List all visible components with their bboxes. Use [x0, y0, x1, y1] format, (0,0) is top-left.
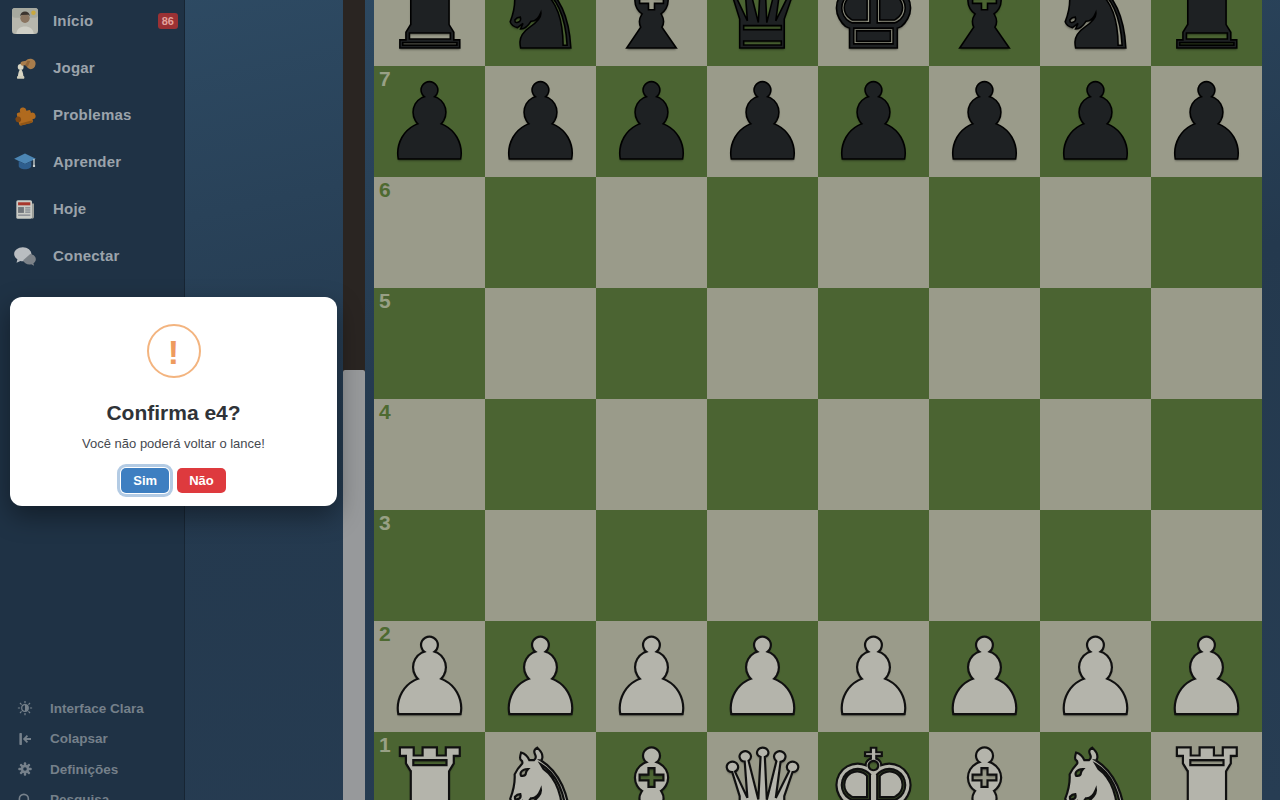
- square-g6[interactable]: [1040, 177, 1151, 288]
- confirm-button[interactable]: Sim: [121, 468, 169, 493]
- square-h6[interactable]: [1151, 177, 1262, 288]
- square-h1[interactable]: ♜: [1151, 732, 1262, 800]
- black-rook[interactable]: ♜: [374, 0, 485, 66]
- sidebar-item-label: Colapsar: [50, 731, 108, 746]
- square-h8[interactable]: ♜: [1151, 0, 1262, 66]
- avatar: [12, 8, 38, 34]
- dialog-buttons: Sim Não: [10, 468, 337, 493]
- square-c2[interactable]: ♟: [596, 621, 707, 732]
- square-b5[interactable]: [485, 288, 596, 399]
- square-e3[interactable]: [818, 510, 929, 621]
- square-g3[interactable]: [1040, 510, 1151, 621]
- exclamation-glyph: !: [168, 335, 179, 369]
- sidebar-item-aprender[interactable]: Aprender: [0, 138, 185, 185]
- square-f5[interactable]: [929, 288, 1040, 399]
- black-bishop[interactable]: ♝: [596, 0, 707, 66]
- square-g8[interactable]: ♞: [1040, 0, 1151, 66]
- sidebar-item-label: Problemas: [53, 106, 132, 123]
- chess-board[interactable]: 8♜♞♝♛♚♝♞♜7♟♟♟♟♟♟♟♟65432♟♟♟♟♟♟♟♟1♜♞♝♛♚♝♞♜: [374, 0, 1262, 800]
- square-a3[interactable]: 3: [374, 510, 485, 621]
- black-pawn[interactable]: ♟: [596, 66, 707, 177]
- black-knight[interactable]: ♞: [485, 0, 596, 66]
- square-c7[interactable]: ♟: [596, 66, 707, 177]
- sidebar-item-label: Aprender: [53, 153, 121, 170]
- sidebar-item-inicio[interactable]: Início 86: [0, 0, 185, 44]
- white-pawn[interactable]: ♟: [818, 621, 929, 732]
- cancel-button[interactable]: Não: [177, 468, 226, 493]
- square-h5[interactable]: [1151, 288, 1262, 399]
- square-d1[interactable]: ♛: [707, 732, 818, 800]
- square-b1[interactable]: ♞: [485, 732, 596, 800]
- hand-pawn-icon: [12, 55, 38, 81]
- sidebar-item-label: Hoje: [53, 200, 86, 217]
- white-rook[interactable]: ♜: [1151, 732, 1262, 800]
- square-a7[interactable]: 7♟: [374, 66, 485, 177]
- square-g5[interactable]: [1040, 288, 1151, 399]
- warning-circle-icon: !: [147, 324, 201, 378]
- square-e7[interactable]: ♟: [818, 66, 929, 177]
- square-c8[interactable]: ♝: [596, 0, 707, 66]
- sidebar-item-jogar[interactable]: Jogar: [0, 44, 185, 91]
- square-a1[interactable]: 1♜: [374, 732, 485, 800]
- square-f6[interactable]: [929, 177, 1040, 288]
- notification-badge: 86: [158, 13, 178, 29]
- sidebar-item-colapsar[interactable]: Colapsar: [0, 724, 185, 755]
- black-pawn[interactable]: ♟: [929, 66, 1040, 177]
- square-e2[interactable]: ♟: [818, 621, 929, 732]
- square-f4[interactable]: [929, 399, 1040, 510]
- square-c4[interactable]: [596, 399, 707, 510]
- white-bishop[interactable]: ♝: [596, 732, 707, 800]
- sidebar-item-conectar[interactable]: Conectar: [0, 232, 185, 279]
- square-e5[interactable]: [818, 288, 929, 399]
- rank-label: 3: [379, 511, 391, 535]
- square-d6[interactable]: [707, 177, 818, 288]
- square-h4[interactable]: [1151, 399, 1262, 510]
- square-a2[interactable]: 2♟: [374, 621, 485, 732]
- magnifier-icon: [14, 790, 36, 800]
- sidebar-item-label: Início: [53, 12, 93, 29]
- square-h7[interactable]: ♟: [1151, 66, 1262, 177]
- white-king[interactable]: ♚: [818, 732, 929, 800]
- dialog-message: Você não poderá voltar o lance!: [10, 436, 337, 451]
- square-b6[interactable]: [485, 177, 596, 288]
- rank-label: 5: [379, 289, 391, 313]
- square-b3[interactable]: [485, 510, 596, 621]
- square-e1[interactable]: ♚: [818, 732, 929, 800]
- graduation-cap-icon: [12, 149, 38, 175]
- square-c5[interactable]: [596, 288, 707, 399]
- square-g2[interactable]: ♟: [1040, 621, 1151, 732]
- sidebar-item-label: Interface Clara: [50, 701, 144, 716]
- square-f7[interactable]: ♟: [929, 66, 1040, 177]
- square-e8[interactable]: ♚: [818, 0, 929, 66]
- app-root: { "game": "chess", "position": { "fen": …: [0, 0, 1280, 800]
- sidebar-item-interface-clara[interactable]: Interface Clara: [0, 693, 185, 724]
- white-knight[interactable]: ♞: [1040, 732, 1151, 800]
- sidebar-item-hoje[interactable]: Hoje: [0, 185, 185, 232]
- white-pawn[interactable]: ♟: [1040, 621, 1151, 732]
- square-c1[interactable]: ♝: [596, 732, 707, 800]
- square-a5[interactable]: 5: [374, 288, 485, 399]
- sidebar-nav: Início 86 Jogar Problemas Aprender: [0, 0, 185, 326]
- square-d4[interactable]: [707, 399, 818, 510]
- white-pawn[interactable]: ♟: [485, 621, 596, 732]
- square-g1[interactable]: ♞: [1040, 732, 1151, 800]
- white-knight[interactable]: ♞: [485, 732, 596, 800]
- rank-label: 2: [379, 622, 391, 646]
- puzzle-icon: [12, 102, 38, 128]
- sidebar-item-label: Jogar: [53, 59, 95, 76]
- square-d5[interactable]: [707, 288, 818, 399]
- white-queen[interactable]: ♛: [707, 732, 818, 800]
- rank-label: 1: [379, 733, 391, 757]
- white-pawn[interactable]: ♟: [929, 621, 1040, 732]
- confirm-move-dialog: ! Confirma e4? Você não poderá voltar o …: [10, 297, 337, 506]
- sidebar-item-label: Pesquisa: [50, 792, 109, 800]
- dialog-title: Confirma e4?: [10, 401, 337, 425]
- rank-label: 4: [379, 400, 391, 424]
- square-e4[interactable]: [818, 399, 929, 510]
- square-b2[interactable]: ♟: [485, 621, 596, 732]
- sidebar-item-problemas[interactable]: Problemas: [0, 91, 185, 138]
- square-g7[interactable]: ♟: [1040, 66, 1151, 177]
- black-pawn[interactable]: ♟: [1151, 66, 1262, 177]
- newspaper-icon: [12, 196, 38, 222]
- sidebar-item-label: Definições: [50, 762, 118, 777]
- square-h3[interactable]: [1151, 510, 1262, 621]
- sidebar-item-label: Conectar: [53, 247, 120, 264]
- black-pawn[interactable]: ♟: [485, 66, 596, 177]
- black-queen[interactable]: ♛: [707, 0, 818, 66]
- black-rook[interactable]: ♜: [1151, 0, 1262, 66]
- square-e6[interactable]: [818, 177, 929, 288]
- square-c3[interactable]: [596, 510, 707, 621]
- square-f8[interactable]: ♝: [929, 0, 1040, 66]
- square-f2[interactable]: ♟: [929, 621, 1040, 732]
- square-a6[interactable]: 6: [374, 177, 485, 288]
- scrollbar-thumb[interactable]: [343, 370, 365, 800]
- square-d8[interactable]: ♛: [707, 0, 818, 66]
- black-king[interactable]: ♚: [818, 0, 929, 66]
- black-pawn[interactable]: ♟: [818, 66, 929, 177]
- square-h2[interactable]: ♟: [1151, 621, 1262, 732]
- white-pawn[interactable]: ♟: [707, 621, 818, 732]
- square-f1[interactable]: ♝: [929, 732, 1040, 800]
- square-d7[interactable]: ♟: [707, 66, 818, 177]
- square-a4[interactable]: 4: [374, 399, 485, 510]
- square-d2[interactable]: ♟: [707, 621, 818, 732]
- black-pawn[interactable]: ♟: [707, 66, 818, 177]
- black-pawn[interactable]: ♟: [1040, 66, 1151, 177]
- square-b4[interactable]: [485, 399, 596, 510]
- sidebar-footer: Interface Clara Colapsar Definições Pesq…: [0, 693, 185, 800]
- collapse-left-icon: [14, 729, 36, 749]
- gear-icon: [14, 759, 36, 779]
- black-knight[interactable]: ♞: [1040, 0, 1151, 66]
- sidebar-item-pesquisa[interactable]: Pesquisa: [0, 785, 185, 800]
- white-pawn[interactable]: ♟: [1151, 621, 1262, 732]
- white-bishop[interactable]: ♝: [929, 732, 1040, 800]
- square-g4[interactable]: [1040, 399, 1151, 510]
- square-a8[interactable]: 8♜: [374, 0, 485, 66]
- square-c6[interactable]: [596, 177, 707, 288]
- white-pawn[interactable]: ♟: [596, 621, 707, 732]
- sun-icon: [14, 698, 36, 718]
- rank-label: 7: [379, 67, 391, 91]
- square-b7[interactable]: ♟: [485, 66, 596, 177]
- square-f3[interactable]: [929, 510, 1040, 621]
- black-bishop[interactable]: ♝: [929, 0, 1040, 66]
- square-d3[interactable]: [707, 510, 818, 621]
- sidebar-item-definicoes[interactable]: Definições: [0, 754, 185, 785]
- square-b8[interactable]: ♞: [485, 0, 596, 66]
- rank-label: 6: [379, 178, 391, 202]
- chat-bubbles-icon: [12, 243, 38, 269]
